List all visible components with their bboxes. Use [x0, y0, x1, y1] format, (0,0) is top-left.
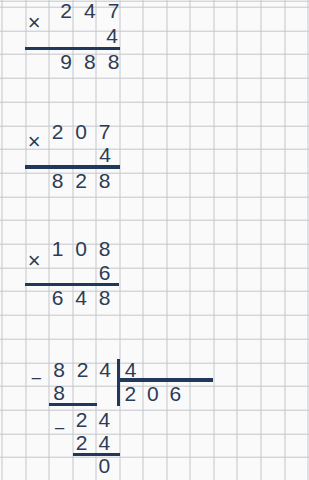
p3-product-digit: 6 [46, 286, 70, 310]
division-step2-subtrahend-digit: 2 [70, 431, 94, 455]
p2-times-icon: × [22, 131, 46, 155]
division-bring-down-digit: 4 [93, 408, 117, 432]
p1-product-digit: 8 [102, 50, 126, 74]
division-quotient-digit: 2 [119, 382, 143, 406]
division-quotient-digit: 0 [141, 382, 165, 406]
squared-paper-worksheet: 2 4 7 × 4 9 8 8 2 0 7 × 4 8 2 8 1 0 8 × … [0, 0, 309, 480]
division-remainder-digit: 0 [93, 454, 117, 478]
p3-multiplier-digit: 6 [93, 261, 117, 285]
p2-multiplier-digit: 4 [93, 143, 117, 167]
p1-times-icon: × [22, 11, 46, 35]
p2-product-digit: 2 [69, 169, 93, 193]
division-dividend-digit: 8 [47, 357, 71, 381]
p1-multiplicand-digit: 4 [78, 0, 102, 23]
division-dividend-digit: 2 [71, 357, 95, 381]
p2-product-digit: 8 [46, 169, 70, 193]
p1-multiplier-digit: 4 [100, 24, 124, 48]
p3-times-icon: × [22, 249, 46, 273]
division-step2-subtrahend-digit: 4 [93, 431, 117, 455]
p3-multiplicand-digit: 8 [93, 237, 117, 261]
p2-multiplicand-digit: 7 [93, 120, 117, 144]
p1-product-digit: 9 [54, 50, 78, 74]
division-minus-icon: − [24, 367, 48, 391]
p2-multiplicand-digit: 2 [46, 120, 70, 144]
p3-multiplicand-digit: 1 [46, 237, 70, 261]
p1-multiplicand-digit: 7 [102, 0, 126, 23]
p3-multiplicand-digit: 0 [69, 237, 93, 261]
p1-multiplicand-digit: 2 [54, 0, 78, 23]
division-bring-down-digit: 2 [70, 408, 94, 432]
p1-product-digit: 8 [78, 50, 102, 74]
division-quotient-digit: 6 [164, 382, 188, 406]
p3-product-digit: 4 [69, 286, 93, 310]
division-dividend-digit: 4 [93, 357, 117, 381]
division-step1-line [49, 403, 96, 406]
division-step1-subtrahend-digit: 8 [47, 381, 71, 405]
p2-multiplicand-digit: 0 [69, 120, 93, 144]
p2-product-digit: 8 [93, 169, 117, 193]
p3-product-digit: 8 [93, 286, 117, 310]
division-minus-icon: − [48, 417, 72, 441]
